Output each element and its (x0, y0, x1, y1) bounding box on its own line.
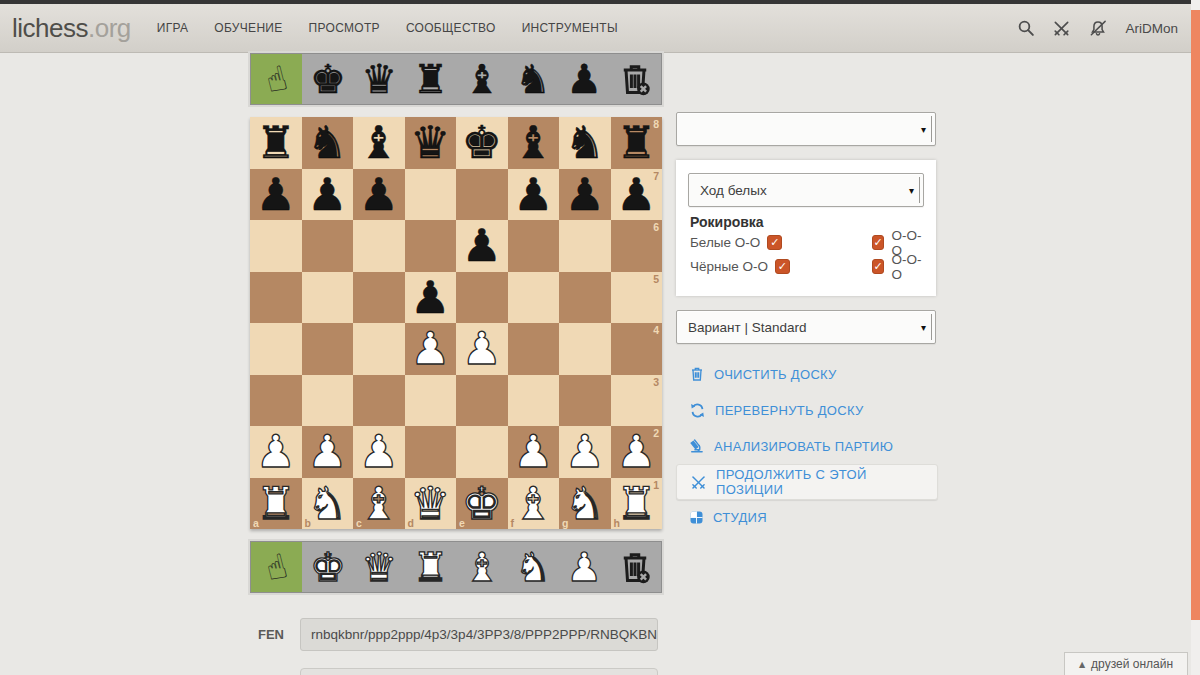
clear-board-button[interactable]: ОЧИСТИТЬ ДОСКУ (676, 361, 938, 387)
castling-white-queenside-checkbox[interactable]: ✓ (872, 235, 884, 250)
nav-item-play[interactable]: ИГРА (157, 21, 189, 35)
file-label-g: g (562, 518, 568, 529)
square-e7[interactable] (456, 169, 508, 221)
square-e1[interactable]: ♚e (456, 478, 508, 530)
square-g6[interactable] (559, 220, 611, 272)
turn-select-value: Ход белых (700, 183, 767, 198)
file-label-e: e (459, 518, 465, 529)
piece-black-rook[interactable]: ♜ (256, 120, 296, 165)
piece-white-knight[interactable]: ♞ (565, 481, 605, 526)
square-a8[interactable]: ♜ (250, 117, 302, 169)
select-edge (919, 177, 920, 203)
file-label-h: h (614, 518, 620, 529)
square-f7[interactable]: ♟ (508, 169, 560, 221)
square-a5[interactable] (250, 272, 302, 324)
spare-pieces-tray-black: ☝ ♚♛♜♝♞♟ (250, 53, 662, 105)
white-pawn-glyph: ♟ (566, 547, 602, 587)
spare-pieces-tray-white: ☝ ♚♛♜♝♞♟ (250, 541, 662, 593)
square-a4[interactable] (250, 323, 302, 375)
flip-icon (689, 402, 706, 419)
fen-label: FEN (258, 627, 284, 642)
file-label-f: f (511, 518, 515, 529)
trash-icon (689, 366, 705, 382)
white-knight-glyph: ♞ (515, 547, 551, 587)
square-g7[interactable]: ♟ (559, 169, 611, 221)
spare-black-queen[interactable]: ♛ (354, 54, 405, 104)
turn-select[interactable]: Ход белых ▾ (688, 173, 924, 207)
piece-black-knight[interactable]: ♞ (307, 120, 347, 165)
spare-black-pawn[interactable]: ♟ (559, 54, 610, 104)
square-a6[interactable] (250, 220, 302, 272)
white-rook-glyph: ♜ (412, 547, 448, 587)
square-g2[interactable]: ♟ (559, 426, 611, 478)
position-preset-select[interactable]: ▾ (676, 112, 936, 146)
piece-white-pawn[interactable]: ♟ (359, 429, 399, 474)
square-e4[interactable]: ♟ (456, 323, 508, 375)
square-c4[interactable] (353, 323, 405, 375)
rank-label-4: 4 (653, 325, 659, 336)
castling-black-kingside-checkbox[interactable]: ✓ (775, 259, 790, 274)
challenges-crossed-swords-icon[interactable] (1052, 19, 1071, 38)
continue-from-position-button[interactable]: ПРОДОЛЖИТЬ С ЭТОЙ ПОЗИЦИИ (676, 464, 938, 500)
header: lichess.org ИГРА ОБУЧЕНИЕ ПРОСМОТР СООБЩ… (0, 4, 1200, 53)
square-f4[interactable] (508, 323, 560, 375)
piece-white-queen[interactable]: ♛ (410, 481, 450, 526)
microscope-icon (689, 438, 705, 454)
square-e8[interactable]: ♚ (456, 117, 508, 169)
spare-black-bishop[interactable]: ♝ (456, 54, 507, 104)
square-g3[interactable] (559, 375, 611, 427)
hand-pointer-icon: ☝ (262, 60, 290, 98)
select-edge (931, 116, 932, 142)
square-a3[interactable] (250, 375, 302, 427)
scrollbar-thumb[interactable] (1191, 10, 1200, 620)
piece-black-bishop[interactable]: ♝ (513, 120, 553, 165)
piece-white-king[interactable]: ♚ (462, 481, 502, 526)
square-c1[interactable]: ♝c (353, 478, 405, 530)
file-label-a: a (253, 518, 259, 529)
piece-black-pawn[interactable]: ♟ (616, 172, 656, 217)
piece-white-pawn[interactable]: ♟ (462, 326, 502, 371)
notifications-muted-bell-icon[interactable] (1088, 19, 1108, 38)
square-h2[interactable]: ♟2 (611, 426, 663, 478)
spare-white-rook[interactable]: ♜ (405, 542, 456, 592)
studio-icon (689, 510, 704, 525)
piece-black-queen[interactable]: ♛ (410, 120, 450, 165)
black-king-glyph: ♚ (310, 59, 346, 99)
square-b7[interactable]: ♟ (302, 169, 354, 221)
piece-black-pawn[interactable]: ♟ (410, 275, 450, 320)
square-c3[interactable] (353, 375, 405, 427)
square-h4[interactable]: 4 (611, 323, 663, 375)
square-d3[interactable] (405, 375, 457, 427)
square-h3[interactable]: 3 (611, 375, 663, 427)
square-f6[interactable] (508, 220, 560, 272)
square-f8[interactable]: ♝ (508, 117, 560, 169)
delete-tool[interactable] (610, 54, 661, 104)
square-f1[interactable]: ♝f (508, 478, 560, 530)
url-input-partial[interactable] (300, 668, 658, 675)
square-a7[interactable]: ♟ (250, 169, 302, 221)
pointer-tool[interactable]: ☝ (251, 542, 302, 592)
square-h1[interactable]: ♜1h (611, 478, 663, 530)
black-rook-glyph: ♜ (412, 59, 448, 99)
username[interactable]: AriDMon (1125, 21, 1178, 36)
square-b1[interactable]: ♞b (302, 478, 354, 530)
square-e6[interactable]: ♟ (456, 220, 508, 272)
square-e2[interactable] (456, 426, 508, 478)
delete-tool[interactable] (610, 542, 661, 592)
black-queen-glyph: ♛ (361, 59, 397, 99)
piece-white-pawn[interactable]: ♟ (616, 429, 656, 474)
file-label-b: b (305, 518, 311, 529)
spare-white-queen[interactable]: ♛ (354, 542, 405, 592)
file-label-d: d (408, 518, 414, 529)
square-d4[interactable]: ♟ (405, 323, 457, 375)
piece-black-king[interactable]: ♚ (462, 120, 502, 165)
rank-label-8: 8 (653, 119, 659, 130)
square-b5[interactable] (302, 272, 354, 324)
castling-black-kingside-label: Чёрные O-O (690, 259, 768, 274)
rank-label-5: 5 (653, 274, 659, 285)
main-nav: ИГРА ОБУЧЕНИЕ ПРОСМОТР СООБЩЕСТВО ИНСТРУ… (157, 21, 618, 35)
fen-input[interactable]: rnbqkbnr/ppp2ppp/4p3/3p4/3PP3/8/PPP2PPP/… (300, 618, 658, 651)
square-c6[interactable] (353, 220, 405, 272)
square-b3[interactable] (302, 375, 354, 427)
square-d7[interactable] (405, 169, 457, 221)
nav-item-learn[interactable]: ОБУЧЕНИЕ (214, 21, 282, 35)
castling-title: Рокировка (690, 214, 764, 230)
logo-suffix: .org (88, 13, 131, 43)
piece-white-pawn[interactable]: ♟ (565, 429, 605, 474)
position-settings-card: Ход белых ▾ Рокировка Белые O-O ✓ ✓ O-O-… (676, 160, 936, 296)
rank-label-1: 1 (653, 480, 659, 491)
piece-white-rook[interactable]: ♜ (256, 481, 296, 526)
piece-black-bishop[interactable]: ♝ (359, 120, 399, 165)
white-bishop-glyph: ♝ (464, 547, 500, 587)
square-h7[interactable]: ♟7 (611, 169, 663, 221)
square-b2[interactable]: ♟ (302, 426, 354, 478)
square-a1[interactable]: ♜a (250, 478, 302, 530)
rank-label-6: 6 (653, 222, 659, 233)
lichess-logo[interactable]: lichess.org (12, 15, 131, 41)
square-d8[interactable]: ♛ (405, 117, 457, 169)
square-f5[interactable] (508, 272, 560, 324)
file-label-c: c (356, 518, 362, 529)
square-c2[interactable]: ♟ (353, 426, 405, 478)
white-queen-glyph: ♛ (361, 547, 397, 587)
square-d6[interactable] (405, 220, 457, 272)
square-c5[interactable] (353, 272, 405, 324)
rank-label-3: 3 (653, 377, 659, 388)
square-h6[interactable]: 6 (611, 220, 663, 272)
spare-black-king[interactable]: ♚ (302, 54, 353, 104)
square-e3[interactable] (456, 375, 508, 427)
castling-black-queenside-checkbox[interactable]: ✓ (872, 259, 884, 274)
hand-pointer-icon: ☝ (262, 548, 290, 586)
square-a2[interactable]: ♟ (250, 426, 302, 478)
square-f2[interactable]: ♟ (508, 426, 560, 478)
piece-white-bishop[interactable]: ♝ (359, 481, 399, 526)
study-button[interactable]: СТУДИЯ (676, 504, 938, 530)
piece-black-pawn[interactable]: ♟ (359, 172, 399, 217)
black-knight-glyph: ♞ (515, 59, 551, 99)
piece-white-pawn[interactable]: ♟ (410, 326, 450, 371)
spare-white-pawn[interactable]: ♟ (559, 542, 610, 592)
chevron-down-icon: ▾ (921, 124, 926, 135)
spare-white-bishop[interactable]: ♝ (456, 542, 507, 592)
black-bishop-glyph: ♝ (464, 59, 500, 99)
rank-label-7: 7 (653, 171, 659, 182)
spare-black-knight[interactable]: ♞ (507, 54, 558, 104)
friends-online-label: друзей онлайн (1091, 657, 1173, 671)
piece-white-pawn[interactable]: ♟ (307, 429, 347, 474)
castling-white-kingside-checkbox[interactable]: ✓ (767, 235, 782, 250)
square-b6[interactable] (302, 220, 354, 272)
collapse-triangle-icon: ▲ (1079, 660, 1085, 669)
chess-board: ♜♞♝♛♚♝♞♜8♟♟♟♟♟♟7♟6♟5♟♟43♟♟♟♟♟♟2♜a♞b♝c♛d♚… (250, 117, 662, 529)
search-icon[interactable] (1017, 19, 1035, 37)
flip-board-label: ПЕРЕВЕРНУТЬ ДОСКУ (715, 403, 863, 418)
analyse-game-button[interactable]: АНАЛИЗИРОВАТЬ ПАРТИЮ (676, 433, 938, 459)
piece-white-rook[interactable]: ♜ (616, 481, 656, 526)
piece-black-pawn[interactable]: ♟ (513, 172, 553, 217)
crossed-swords-icon (690, 474, 707, 491)
square-h5[interactable]: 5 (611, 272, 663, 324)
piece-white-pawn[interactable]: ♟ (513, 429, 553, 474)
nav-item-tools[interactable]: ИНСТРУМЕНТЫ (522, 21, 618, 35)
castling-black-queenside-label: O-O-O (891, 252, 924, 282)
study-label: СТУДИЯ (713, 510, 767, 525)
castling-white-kingside-label: Белые O-O (690, 235, 760, 250)
square-g8[interactable]: ♞ (559, 117, 611, 169)
spare-black-rook[interactable]: ♜ (405, 54, 456, 104)
trash-delete-icon (617, 548, 653, 586)
chevron-down-icon: ▾ (909, 185, 914, 196)
variant-select-value: Вариант | Standard (688, 320, 807, 335)
piece-black-knight[interactable]: ♞ (565, 120, 605, 165)
analyse-game-label: АНАЛИЗИРОВАТЬ ПАРТИЮ (714, 439, 893, 454)
white-king-glyph: ♚ (310, 547, 346, 587)
scrollbar[interactable] (1191, 0, 1200, 675)
square-c8[interactable]: ♝ (353, 117, 405, 169)
castling-row-white: Белые O-O ✓ ✓ O-O-O (690, 235, 924, 250)
nav-item-community[interactable]: СООБЩЕСТВО (406, 21, 496, 35)
variant-select[interactable]: Вариант | Standard ▾ (676, 310, 936, 344)
logo-main: lichess (12, 13, 88, 43)
trash-delete-icon (617, 60, 653, 98)
chevron-down-icon: ▾ (921, 322, 926, 333)
spare-white-knight[interactable]: ♞ (507, 542, 558, 592)
piece-white-bishop[interactable]: ♝ (513, 481, 553, 526)
friends-online-bar[interactable]: ▲ друзей онлайн (1064, 652, 1188, 675)
square-e5[interactable] (456, 272, 508, 324)
piece-black-pawn[interactable]: ♟ (565, 172, 605, 217)
continue-from-position-inner: ПРОДОЛЖИТЬ С ЭТОЙ ПОЗИЦИИ (677, 469, 937, 495)
rank-label-2: 2 (653, 428, 659, 439)
castling-row-black: Чёрные O-O ✓ ✓ O-O-O (690, 259, 924, 274)
piece-black-pawn[interactable]: ♟ (462, 223, 502, 268)
header-right: AriDMon (1017, 4, 1178, 52)
piece-white-pawn[interactable]: ♟ (256, 429, 296, 474)
square-b8[interactable]: ♞ (302, 117, 354, 169)
piece-black-rook[interactable]: ♜ (616, 120, 656, 165)
square-g5[interactable] (559, 272, 611, 324)
nav-item-watch[interactable]: ПРОСМОТР (309, 21, 380, 35)
square-h8[interactable]: ♜8 (611, 117, 663, 169)
piece-black-pawn[interactable]: ♟ (307, 172, 347, 217)
select-edge (931, 314, 932, 340)
clear-board-label: ОЧИСТИТЬ ДОСКУ (714, 367, 837, 382)
square-d2[interactable] (405, 426, 457, 478)
piece-black-pawn[interactable]: ♟ (256, 172, 296, 217)
spare-white-king[interactable]: ♚ (302, 542, 353, 592)
square-g4[interactable] (559, 323, 611, 375)
square-g1[interactable]: ♞g (559, 478, 611, 530)
pointer-tool[interactable]: ☝ (251, 54, 302, 104)
flip-board-button[interactable]: ПЕРЕВЕРНУТЬ ДОСКУ (676, 397, 938, 423)
square-c7[interactable]: ♟ (353, 169, 405, 221)
square-d1[interactable]: ♛d (405, 478, 457, 530)
piece-white-knight[interactable]: ♞ (307, 481, 347, 526)
square-f3[interactable] (508, 375, 560, 427)
square-d5[interactable]: ♟ (405, 272, 457, 324)
black-pawn-glyph: ♟ (566, 59, 602, 99)
continue-from-position-label: ПРОДОЛЖИТЬ С ЭТОЙ ПОЗИЦИИ (716, 467, 937, 497)
square-b4[interactable] (302, 323, 354, 375)
